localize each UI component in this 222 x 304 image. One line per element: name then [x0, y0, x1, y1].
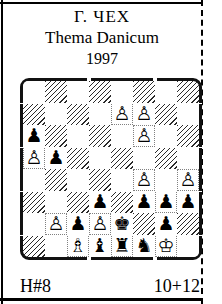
square-h4: ♙: [177, 169, 199, 191]
square-c2: ♟: [67, 213, 89, 235]
black-king-icon: ♚: [113, 212, 130, 234]
square-e6: [111, 125, 133, 147]
frame-seam: [20, 103, 202, 105]
square-a1: [23, 235, 45, 257]
stipulation-label: H#8: [20, 276, 51, 297]
frame-seam: [20, 235, 202, 237]
frame-seam: [20, 147, 202, 149]
square-g3: ♟: [155, 191, 177, 213]
square-e2: ♚: [111, 213, 133, 235]
square-d1: ♝: [89, 235, 111, 257]
square-h6: [177, 125, 199, 147]
material-count-label: 10+12: [154, 276, 200, 297]
square-d7: [89, 103, 111, 125]
white-pawn-icon: ♙: [91, 212, 108, 234]
square-b6: [45, 125, 67, 147]
square-f1: ♞: [133, 235, 155, 257]
black-pawn-icon: ♟: [25, 124, 42, 146]
problem-footer: H#8 10+12: [20, 276, 200, 297]
white-pawn-icon: ♙: [135, 168, 152, 190]
square-h3: ♟: [177, 191, 199, 213]
square-h7: [177, 103, 199, 125]
black-knight-icon: ♞: [135, 234, 152, 256]
square-c8: [67, 81, 89, 103]
square-g1: ♔: [155, 235, 177, 257]
white-king-icon: ♔: [157, 234, 174, 256]
square-e4: [111, 169, 133, 191]
chess-problem-page: Г. ЧЕХ Thema Danicum 1997 ♙♙♟♙♙♟♙♙♟♟♟♟♙♟…: [0, 0, 222, 304]
board-frame: ♙♙♟♙♙♟♙♙♟♟♟♟♙♟♙♚♟♗♝♜♞♔: [20, 78, 202, 260]
square-a6: ♟: [23, 125, 45, 147]
white-pawn-icon: ♙: [135, 124, 152, 146]
square-d4: [89, 169, 111, 191]
black-rook-icon: ♜: [113, 234, 130, 256]
black-pawn-icon: ♟: [47, 146, 64, 168]
square-g8: [155, 81, 177, 103]
square-a8: [23, 81, 45, 103]
square-d8: [89, 81, 111, 103]
frame-seam: [20, 191, 202, 193]
source-name: Thema Danicum: [0, 27, 204, 48]
square-g4: [155, 169, 177, 191]
white-bishop-icon: ♗: [69, 234, 86, 256]
square-b7: [45, 103, 67, 125]
square-e5: [111, 147, 133, 169]
square-c6: [67, 125, 89, 147]
square-b8: [45, 81, 67, 103]
square-b2: ♙: [45, 213, 67, 235]
chess-board: ♙♙♟♙♙♟♙♙♟♟♟♟♙♟♙♚♟♗♝♜♞♔: [23, 81, 199, 257]
square-f8: [133, 81, 155, 103]
square-f5: [133, 147, 155, 169]
frame-notch: [87, 78, 91, 81]
white-pawn-icon: ♙: [135, 102, 152, 124]
black-pawn-icon: ♟: [135, 190, 152, 212]
square-f3: ♟: [133, 191, 155, 213]
square-c5: [67, 147, 89, 169]
black-pawn-icon: ♟: [69, 212, 86, 234]
square-h5: [177, 147, 199, 169]
square-g2: ♟: [155, 213, 177, 235]
square-a7: [23, 103, 45, 125]
page-top-rule: [0, 2, 203, 4]
square-g7: [155, 103, 177, 125]
white-pawn-icon: ♙: [179, 168, 196, 190]
square-c4: [67, 169, 89, 191]
square-b5: ♟: [45, 147, 67, 169]
square-c1: ♗: [67, 235, 89, 257]
square-d2: ♙: [89, 213, 111, 235]
frame-notch: [87, 257, 91, 260]
white-pawn-icon: ♙: [47, 212, 64, 234]
square-e1: ♜: [111, 235, 133, 257]
frame-notch: [153, 257, 157, 260]
white-pawn-icon: ♙: [25, 146, 42, 168]
square-a4: [23, 169, 45, 191]
square-f6: ♙: [133, 125, 155, 147]
square-d3: ♟: [89, 191, 111, 213]
square-g6: [155, 125, 177, 147]
black-pawn-icon: ♟: [179, 190, 196, 212]
author-name: Г. ЧЕХ: [0, 6, 204, 27]
square-e8: [111, 81, 133, 103]
square-d5: [89, 147, 111, 169]
page-bottom-rule: [0, 298, 203, 301]
publication-year: 1997: [0, 48, 204, 69]
black-pawn-icon: ♟: [157, 212, 174, 234]
black-pawn-icon: ♟: [91, 190, 108, 212]
square-e3: [111, 191, 133, 213]
problem-header: Г. ЧЕХ Thema Danicum 1997: [0, 6, 204, 69]
square-a3: [23, 191, 45, 213]
square-f4: ♙: [133, 169, 155, 191]
square-b1: [45, 235, 67, 257]
square-h2: [177, 213, 199, 235]
frame-notch: [153, 78, 157, 81]
square-b3: [45, 191, 67, 213]
square-c3: [67, 191, 89, 213]
square-f2: [133, 213, 155, 235]
black-pawn-icon: ♟: [157, 190, 174, 212]
square-c7: [67, 103, 89, 125]
square-e7: ♙: [111, 103, 133, 125]
white-pawn-icon: ♙: [113, 102, 130, 124]
square-g5: [155, 147, 177, 169]
black-bishop-icon: ♝: [91, 234, 108, 256]
square-h1: [177, 235, 199, 257]
square-a2: [23, 213, 45, 235]
square-f7: ♙: [133, 103, 155, 125]
square-h8: [177, 81, 199, 103]
square-b4: [45, 169, 67, 191]
square-a5: ♙: [23, 147, 45, 169]
square-d6: [89, 125, 111, 147]
